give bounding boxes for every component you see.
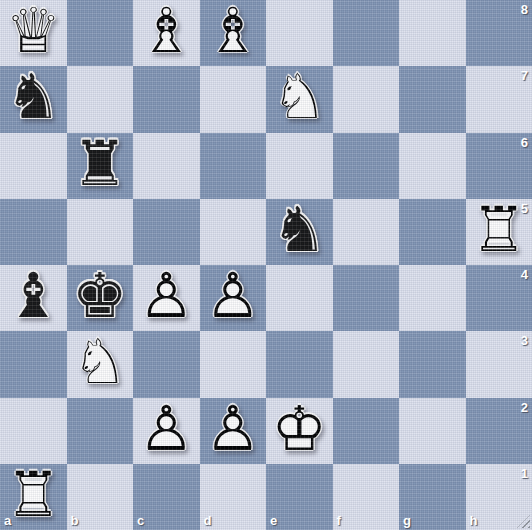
square-c2[interactable]: ♟♙ <box>133 398 200 464</box>
piece-white-king-e2[interactable]: ♚♔ <box>266 398 333 464</box>
white-queen-outline-glyph: ♕ <box>5 0 61 62</box>
square-b5[interactable] <box>67 199 134 265</box>
square-f1[interactable]: f <box>333 464 400 530</box>
white-rook-outline-glyph: ♖ <box>471 198 527 260</box>
square-e7[interactable]: ♞♘ <box>266 66 333 132</box>
piece-white-knight-b3[interactable]: ♞♘ <box>67 331 134 397</box>
rank-label-2: 2 <box>521 400 528 415</box>
piece-black-bishop-a4[interactable]: ♝ <box>0 265 67 331</box>
black-rook-glyph: ♜ <box>72 132 128 194</box>
square-e6[interactable] <box>266 133 333 199</box>
square-c8[interactable]: ♝♗ <box>133 0 200 66</box>
rank-label-6: 6 <box>521 135 528 150</box>
square-g7[interactable] <box>399 66 466 132</box>
square-h4[interactable]: 4 <box>466 265 532 331</box>
square-a8[interactable]: ♛♕ <box>0 0 67 66</box>
piece-white-pawn-d4[interactable]: ♟♙ <box>200 265 267 331</box>
white-knight-outline-glyph: ♘ <box>271 66 327 128</box>
rank-label-7: 7 <box>521 68 528 83</box>
piece-black-knight-a7[interactable]: ♞ <box>0 66 67 132</box>
square-c3[interactable] <box>133 331 200 397</box>
square-f3[interactable] <box>333 331 400 397</box>
chess-board: ♛♕♝♗♝♗8♞♞♘7♜6♞♜♖5♝♚♟♙♟♙4♞♘3♟♙♟♙♚♔2♜♖abcd… <box>0 0 532 530</box>
square-b4[interactable]: ♚ <box>67 265 134 331</box>
square-g4[interactable] <box>399 265 466 331</box>
white-pawn-outline-glyph: ♙ <box>138 397 194 459</box>
piece-black-rook-b6[interactable]: ♜ <box>67 133 134 199</box>
square-c6[interactable] <box>133 133 200 199</box>
square-h2[interactable]: 2 <box>466 398 532 464</box>
square-a2[interactable] <box>0 398 67 464</box>
black-knight-glyph: ♞ <box>271 198 327 260</box>
square-h5[interactable]: ♜♖5 <box>466 199 532 265</box>
square-f2[interactable] <box>333 398 400 464</box>
square-e3[interactable] <box>266 331 333 397</box>
square-g6[interactable] <box>399 133 466 199</box>
square-g1[interactable]: g <box>399 464 466 530</box>
square-g5[interactable] <box>399 199 466 265</box>
piece-black-king-b4[interactable]: ♚ <box>67 265 134 331</box>
square-h3[interactable]: 3 <box>466 331 532 397</box>
chess-app-window: ♛♕♝♗♝♗8♞♞♘7♜6♞♜♖5♝♚♟♙♟♙4♞♘3♟♙♟♙♚♔2♜♖abcd… <box>0 0 532 530</box>
square-d5[interactable] <box>200 199 267 265</box>
square-a6[interactable] <box>0 133 67 199</box>
piece-white-pawn-c4[interactable]: ♟♙ <box>133 265 200 331</box>
square-d4[interactable]: ♟♙ <box>200 265 267 331</box>
square-f7[interactable] <box>333 66 400 132</box>
white-rook-outline-glyph: ♖ <box>5 463 61 525</box>
square-b6[interactable]: ♜ <box>67 133 134 199</box>
piece-white-pawn-d2[interactable]: ♟♙ <box>200 398 267 464</box>
file-label-a: a <box>4 513 11 528</box>
file-label-e: e <box>270 513 277 528</box>
square-b8[interactable] <box>67 0 134 66</box>
white-king-outline-glyph: ♔ <box>271 397 327 459</box>
file-label-c: c <box>137 513 144 528</box>
square-h1[interactable]: 1h <box>466 464 532 530</box>
file-label-f: f <box>337 513 341 528</box>
piece-white-pawn-c2[interactable]: ♟♙ <box>133 398 200 464</box>
square-e1[interactable]: e <box>266 464 333 530</box>
white-pawn-outline-glyph: ♙ <box>205 397 261 459</box>
rank-label-1: 1 <box>521 466 528 481</box>
black-bishop-glyph: ♝ <box>5 265 61 327</box>
rank-label-3: 3 <box>521 333 528 348</box>
piece-white-bishop-d8[interactable]: ♝♗ <box>200 0 267 66</box>
piece-white-bishop-c8[interactable]: ♝♗ <box>133 0 200 66</box>
file-label-b: b <box>71 513 79 528</box>
white-knight-outline-glyph: ♘ <box>72 331 128 393</box>
square-d6[interactable] <box>200 133 267 199</box>
square-c5[interactable] <box>133 199 200 265</box>
square-f8[interactable] <box>333 0 400 66</box>
square-a5[interactable] <box>0 199 67 265</box>
square-f5[interactable] <box>333 199 400 265</box>
square-e5[interactable]: ♞ <box>266 199 333 265</box>
square-a4[interactable]: ♝ <box>0 265 67 331</box>
square-h7[interactable]: 7 <box>466 66 532 132</box>
square-d7[interactable] <box>200 66 267 132</box>
white-bishop-outline-glyph: ♗ <box>138 0 194 62</box>
square-d2[interactable]: ♟♙ <box>200 398 267 464</box>
square-d1[interactable]: d <box>200 464 267 530</box>
square-c1[interactable]: c <box>133 464 200 530</box>
square-b1[interactable]: b <box>67 464 134 530</box>
square-b7[interactable] <box>67 66 134 132</box>
square-a3[interactable] <box>0 331 67 397</box>
square-g2[interactable] <box>399 398 466 464</box>
rank-label-5: 5 <box>521 201 528 216</box>
black-knight-glyph: ♞ <box>5 66 61 128</box>
file-label-h: h <box>470 513 478 528</box>
square-e8[interactable] <box>266 0 333 66</box>
black-king-glyph: ♚ <box>72 265 128 327</box>
square-a1[interactable]: ♜♖a <box>0 464 67 530</box>
piece-black-knight-e5[interactable]: ♞ <box>266 199 333 265</box>
square-d8[interactable]: ♝♗ <box>200 0 267 66</box>
square-e2[interactable]: ♚♔ <box>266 398 333 464</box>
square-b2[interactable] <box>67 398 134 464</box>
square-a7[interactable]: ♞ <box>0 66 67 132</box>
square-f4[interactable] <box>333 265 400 331</box>
square-b3[interactable]: ♞♘ <box>67 331 134 397</box>
file-label-d: d <box>204 513 212 528</box>
square-c4[interactable]: ♟♙ <box>133 265 200 331</box>
rank-label-8: 8 <box>521 2 528 17</box>
square-e4[interactable] <box>266 265 333 331</box>
square-h6[interactable]: 6 <box>466 133 532 199</box>
file-label-g: g <box>403 513 411 528</box>
square-h8[interactable]: 8 <box>466 0 532 66</box>
square-f6[interactable] <box>333 133 400 199</box>
square-d3[interactable] <box>200 331 267 397</box>
square-g8[interactable] <box>399 0 466 66</box>
rank-label-4: 4 <box>521 267 528 282</box>
white-bishop-outline-glyph: ♗ <box>205 0 261 62</box>
white-pawn-outline-glyph: ♙ <box>138 265 194 327</box>
piece-white-knight-e7[interactable]: ♞♘ <box>266 66 333 132</box>
piece-white-queen-a8[interactable]: ♛♕ <box>0 0 67 66</box>
white-pawn-outline-glyph: ♙ <box>205 265 261 327</box>
square-g3[interactable] <box>399 331 466 397</box>
square-c7[interactable] <box>133 66 200 132</box>
